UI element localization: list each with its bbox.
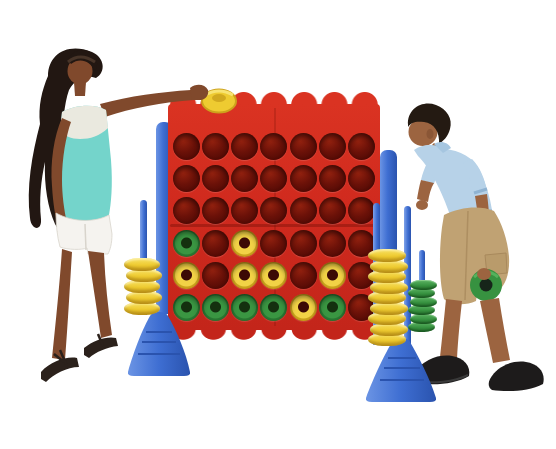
green-disc-hole — [480, 279, 493, 292]
empty-hole — [319, 133, 346, 160]
boy-back-leg — [480, 298, 510, 363]
board-cell — [318, 259, 347, 291]
empty-hole — [290, 262, 317, 289]
girl-front-leg — [52, 249, 72, 360]
right-green-disc-stack — [409, 279, 436, 332]
yellow-disc — [319, 262, 346, 289]
girl-extended-arm — [100, 90, 194, 117]
empty-hole — [319, 165, 346, 192]
empty-hole — [319, 230, 346, 257]
yellow-disc-center — [212, 94, 226, 102]
girl-shorts-crease — [85, 224, 86, 250]
girl-front-sandal — [41, 358, 79, 382]
girl-hand-on-disc — [190, 85, 208, 100]
green-stacked-disc — [408, 322, 435, 332]
board-cell — [318, 162, 347, 194]
board-cell — [289, 292, 318, 324]
green-stacked-disc — [410, 297, 437, 307]
board-cell — [289, 162, 318, 194]
boy-right-hand — [416, 200, 428, 210]
board-cell — [289, 130, 318, 162]
empty-hole — [319, 197, 346, 224]
girl-back-leg — [88, 251, 112, 338]
right-yellow-disc-stack — [369, 248, 407, 346]
green-stacked-disc — [410, 314, 437, 324]
empty-hole — [260, 133, 287, 160]
yellow-disc — [290, 294, 317, 321]
board-cell — [318, 130, 347, 162]
empty-hole — [260, 230, 287, 257]
boy-front-leg — [440, 299, 462, 359]
empty-hole — [290, 230, 317, 257]
board-cell — [318, 195, 347, 227]
green-disc — [319, 294, 346, 321]
empty-hole — [260, 197, 287, 224]
board-cell — [318, 292, 347, 324]
boy-left-hand — [477, 268, 491, 280]
board-cell — [259, 130, 288, 162]
board-cell — [289, 195, 318, 227]
empty-hole — [290, 133, 317, 160]
board-cell — [289, 227, 318, 259]
empty-hole — [348, 133, 375, 160]
board-cell — [347, 162, 376, 194]
empty-hole — [260, 165, 287, 192]
green-stacked-disc — [408, 305, 435, 315]
empty-hole — [290, 197, 317, 224]
empty-hole — [290, 165, 317, 192]
girl-neck — [74, 82, 86, 96]
product-photo-giant-connect-four — [0, 0, 556, 449]
board-cell — [259, 227, 288, 259]
girl-player — [8, 38, 238, 398]
board-cell — [259, 162, 288, 194]
board-cell — [289, 259, 318, 291]
empty-hole — [348, 165, 375, 192]
board-cell — [347, 195, 376, 227]
empty-hole — [348, 197, 375, 224]
green-disc — [260, 294, 287, 321]
boy-ear — [427, 129, 434, 139]
green-stacked-disc — [410, 280, 437, 290]
board-cell — [318, 227, 347, 259]
yellow-stacked-disc — [368, 249, 406, 262]
boy-right-forearm — [417, 180, 434, 202]
right-foot-base — [362, 336, 440, 404]
board-cell — [259, 195, 288, 227]
board-cell — [259, 292, 288, 324]
boy-back-shoe — [489, 362, 544, 391]
yellow-disc — [260, 262, 287, 289]
board-cell — [347, 130, 376, 162]
board-cell — [259, 259, 288, 291]
green-stacked-disc — [408, 288, 435, 298]
